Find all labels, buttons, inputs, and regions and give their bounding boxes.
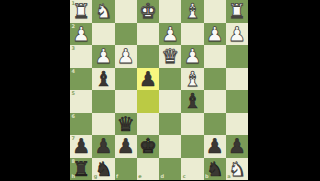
square-e1[interactable]: ♚ bbox=[137, 0, 159, 23]
piece-black-king-e7[interactable]: ♚ bbox=[139, 136, 157, 156]
square-c8[interactable]: c bbox=[181, 158, 203, 181]
letterbox-left bbox=[0, 0, 70, 180]
piece-white-pawn-f3[interactable]: ♟ bbox=[117, 46, 135, 66]
square-c4[interactable]: ♝ bbox=[181, 68, 203, 91]
piece-black-pawn-g7[interactable]: ♟ bbox=[94, 136, 112, 156]
piece-white-bishop-c1[interactable]: ♝ bbox=[183, 1, 201, 21]
piece-black-pawn-h7[interactable]: ♟ bbox=[72, 136, 90, 156]
piece-black-knight-b8[interactable]: ♞ bbox=[206, 158, 224, 178]
piece-black-bishop-g4[interactable]: ♝ bbox=[94, 68, 112, 88]
square-d2[interactable]: ♟ bbox=[159, 23, 181, 46]
square-h8[interactable]: 8h♜ bbox=[70, 158, 92, 181]
square-f8[interactable]: f bbox=[115, 158, 137, 181]
square-a2[interactable]: ♟ bbox=[226, 23, 248, 46]
piece-black-bishop-c5[interactable]: ♝ bbox=[183, 91, 201, 111]
square-g1[interactable]: ♞ bbox=[92, 0, 114, 23]
square-h6[interactable]: 6 bbox=[70, 113, 92, 136]
square-g5[interactable] bbox=[92, 90, 114, 113]
square-a7[interactable]: ♟ bbox=[226, 135, 248, 158]
square-c6[interactable] bbox=[181, 113, 203, 136]
square-f5[interactable] bbox=[115, 90, 137, 113]
square-e4[interactable]: ♟ bbox=[137, 68, 159, 91]
square-d3[interactable]: ♛ bbox=[159, 45, 181, 68]
video-frame: 1♜♞♚♝♜2♟♟♟♟3♟♟♛♟4♝♟♝5♝6♛7♟♟♟♚♟♟8h♜g♞fedc… bbox=[0, 0, 320, 180]
square-g7[interactable]: ♟ bbox=[92, 135, 114, 158]
piece-white-king-e1[interactable]: ♚ bbox=[139, 1, 157, 21]
piece-white-pawn-d2[interactable]: ♟ bbox=[161, 23, 179, 43]
square-e2[interactable] bbox=[137, 23, 159, 46]
square-h7[interactable]: 7♟ bbox=[70, 135, 92, 158]
square-b4[interactable] bbox=[204, 68, 226, 91]
piece-black-pawn-b7[interactable]: ♟ bbox=[206, 136, 224, 156]
square-e8[interactable]: e bbox=[137, 158, 159, 181]
square-b7[interactable]: ♟ bbox=[204, 135, 226, 158]
square-h1[interactable]: 1♜ bbox=[70, 0, 92, 23]
chess-board: 1♜♞♚♝♜2♟♟♟♟3♟♟♛♟4♝♟♝5♝6♛7♟♟♟♚♟♟8h♜g♞fedc… bbox=[70, 0, 248, 180]
square-h2[interactable]: 2♟ bbox=[70, 23, 92, 46]
piece-white-pawn-g3[interactable]: ♟ bbox=[94, 46, 112, 66]
file-label-e: e bbox=[138, 174, 141, 179]
square-e7[interactable]: ♚ bbox=[137, 135, 159, 158]
square-g8[interactable]: g♞ bbox=[92, 158, 114, 181]
letterbox-right bbox=[248, 0, 320, 180]
piece-white-pawn-a2[interactable]: ♟ bbox=[228, 23, 246, 43]
file-label-c: c bbox=[183, 174, 186, 179]
square-g6[interactable] bbox=[92, 113, 114, 136]
square-a3[interactable] bbox=[226, 45, 248, 68]
piece-black-queen-f6[interactable]: ♛ bbox=[117, 113, 135, 133]
square-b2[interactable]: ♟ bbox=[204, 23, 226, 46]
square-a6[interactable] bbox=[226, 113, 248, 136]
piece-black-rook-h8[interactable]: ♜ bbox=[72, 158, 90, 178]
file-label-d: d bbox=[161, 174, 165, 179]
piece-black-knight-g8[interactable]: ♞ bbox=[94, 158, 112, 178]
square-f2[interactable] bbox=[115, 23, 137, 46]
rank-label-5: 5 bbox=[72, 91, 75, 96]
square-e3[interactable] bbox=[137, 45, 159, 68]
square-a5[interactable] bbox=[226, 90, 248, 113]
square-c2[interactable] bbox=[181, 23, 203, 46]
piece-white-queen-d3[interactable]: ♛ bbox=[161, 46, 179, 66]
square-b8[interactable]: b♞ bbox=[204, 158, 226, 181]
square-c1[interactable]: ♝ bbox=[181, 0, 203, 23]
piece-white-pawn-c3[interactable]: ♟ bbox=[183, 46, 201, 66]
square-b1[interactable] bbox=[204, 0, 226, 23]
rank-label-4: 4 bbox=[72, 69, 75, 74]
square-g3[interactable]: ♟ bbox=[92, 45, 114, 68]
square-f6[interactable]: ♛ bbox=[115, 113, 137, 136]
piece-black-pawn-a7[interactable]: ♟ bbox=[228, 136, 246, 156]
square-a1[interactable]: ♜ bbox=[226, 0, 248, 23]
square-d1[interactable] bbox=[159, 0, 181, 23]
rank-label-6: 6 bbox=[72, 114, 75, 119]
square-d6[interactable] bbox=[159, 113, 181, 136]
square-d7[interactable] bbox=[159, 135, 181, 158]
piece-black-pawn-e4[interactable]: ♟ bbox=[139, 68, 157, 88]
square-e6[interactable] bbox=[137, 113, 159, 136]
piece-white-pawn-b2[interactable]: ♟ bbox=[206, 23, 224, 43]
square-f7[interactable]: ♟ bbox=[115, 135, 137, 158]
square-b5[interactable] bbox=[204, 90, 226, 113]
square-f3[interactable]: ♟ bbox=[115, 45, 137, 68]
square-d4[interactable] bbox=[159, 68, 181, 91]
piece-white-rook-a1[interactable]: ♜ bbox=[228, 1, 246, 21]
square-b3[interactable] bbox=[204, 45, 226, 68]
square-h4[interactable]: 4 bbox=[70, 68, 92, 91]
square-h5[interactable]: 5 bbox=[70, 90, 92, 113]
piece-white-rook-h1[interactable]: ♜ bbox=[72, 1, 90, 21]
piece-white-knight-a8[interactable]: ♞ bbox=[228, 158, 246, 178]
square-g4[interactable]: ♝ bbox=[92, 68, 114, 91]
piece-white-pawn-h2[interactable]: ♟ bbox=[72, 23, 90, 43]
square-b6[interactable] bbox=[204, 113, 226, 136]
square-c5[interactable]: ♝ bbox=[181, 90, 203, 113]
square-f1[interactable] bbox=[115, 0, 137, 23]
square-c7[interactable] bbox=[181, 135, 203, 158]
file-label-f: f bbox=[116, 174, 118, 179]
square-a4[interactable] bbox=[226, 68, 248, 91]
piece-white-knight-g1[interactable]: ♞ bbox=[94, 1, 112, 21]
square-d8[interactable]: d bbox=[159, 158, 181, 181]
square-e5[interactable] bbox=[137, 90, 159, 113]
piece-black-pawn-f7[interactable]: ♟ bbox=[117, 136, 135, 156]
square-c3[interactable]: ♟ bbox=[181, 45, 203, 68]
square-d5[interactable] bbox=[159, 90, 181, 113]
square-g2[interactable] bbox=[92, 23, 114, 46]
rank-label-3: 3 bbox=[72, 46, 75, 51]
square-h3[interactable]: 3 bbox=[70, 45, 92, 68]
square-f4[interactable] bbox=[115, 68, 137, 91]
piece-white-bishop-c4[interactable]: ♝ bbox=[183, 68, 201, 88]
square-a8[interactable]: a♞ bbox=[226, 158, 248, 181]
